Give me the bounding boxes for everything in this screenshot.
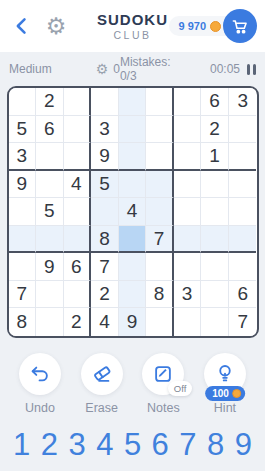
gear-icon: ⚙ (46, 15, 67, 38)
coin-balance: 9 970 (178, 20, 206, 32)
cell-r7c4[interactable]: 7 (91, 253, 119, 281)
cell-r5c8[interactable] (201, 198, 229, 226)
cell-r1c9[interactable]: 3 (229, 88, 257, 116)
numpad-1[interactable]: 1 (13, 429, 30, 460)
notes-label: Notes (147, 401, 180, 415)
coin-icon (232, 389, 241, 398)
cell-r7c7[interactable] (174, 253, 202, 281)
cell-r4c9[interactable] (229, 171, 257, 199)
cell-r6c6[interactable]: 7 (146, 226, 174, 254)
cell-r5c7[interactable] (174, 198, 202, 226)
numpad-2[interactable]: 2 (41, 429, 58, 460)
cell-r8c8[interactable] (201, 281, 229, 309)
cell-r6c8[interactable] (201, 226, 229, 254)
cell-r9c5[interactable]: 9 (119, 308, 147, 336)
settings-button[interactable]: ⚙ (42, 12, 70, 40)
cell-r5c9[interactable] (229, 198, 257, 226)
cell-r2c9[interactable] (229, 116, 257, 144)
hint-cost-badge: 100 (205, 386, 245, 401)
timer-label: 00:05 (210, 62, 240, 76)
sudoku-board: 263563239194554879677283682497 (7, 86, 259, 338)
cell-r6c5[interactable] (119, 226, 147, 254)
cell-r3c7[interactable] (174, 143, 202, 171)
cell-r7c6[interactable] (146, 253, 174, 281)
cell-r7c3[interactable]: 6 (64, 253, 92, 281)
cell-r9c7[interactable] (174, 308, 202, 336)
cell-r6c2[interactable] (36, 226, 64, 254)
cell-r3c5[interactable] (119, 143, 147, 171)
header: ⚙ SUDOKU CLUB 9 970 (0, 0, 265, 52)
toolbar: Undo Erase Off Notes (0, 353, 265, 415)
numpad-8[interactable]: 8 (207, 429, 224, 460)
cell-r8c4[interactable]: 2 (91, 281, 119, 309)
cell-r7c2[interactable]: 9 (36, 253, 64, 281)
cell-r7c8[interactable] (201, 253, 229, 281)
cell-r4c1[interactable]: 9 (9, 171, 37, 199)
numpad-5[interactable]: 5 (124, 429, 141, 460)
cell-r2c8[interactable]: 2 (201, 116, 229, 144)
hint-button[interactable]: 100 Hint (199, 353, 251, 415)
erase-label: Erase (85, 401, 118, 415)
cell-r4c8[interactable] (201, 171, 229, 199)
numpad-9[interactable]: 9 (235, 429, 252, 460)
cell-r5c5[interactable]: 4 (119, 198, 147, 226)
cell-r2c2[interactable]: 6 (36, 116, 64, 144)
cell-r2c4[interactable]: 3 (91, 116, 119, 144)
cell-r3c9[interactable] (229, 143, 257, 171)
cell-r3c2[interactable] (36, 143, 64, 171)
cell-r5c3[interactable] (64, 198, 92, 226)
cell-r7c5[interactable] (119, 253, 147, 281)
cell-r6c1[interactable] (9, 226, 37, 254)
cell-r4c4[interactable]: 5 (91, 171, 119, 199)
cell-r1c4[interactable] (91, 88, 119, 116)
eraser-icon (91, 363, 113, 385)
cart-icon (231, 17, 250, 36)
cell-r3c8[interactable]: 1 (201, 143, 229, 171)
cell-r3c4[interactable]: 9 (91, 143, 119, 171)
cell-r4c5[interactable] (119, 171, 147, 199)
cell-r3c6[interactable] (146, 143, 174, 171)
pause-icon (247, 64, 250, 75)
coin-icon (210, 21, 221, 32)
cell-r6c9[interactable] (229, 226, 257, 254)
cell-r5c4[interactable] (91, 198, 119, 226)
cell-r1c8[interactable]: 6 (201, 88, 229, 116)
lightbulb-icon (214, 363, 236, 385)
cell-r8c6[interactable]: 8 (146, 281, 174, 309)
statsbar: Medium ⚙ 0 Mistakes: 0/3 00:05 (0, 57, 265, 81)
cell-r1c6[interactable] (146, 88, 174, 116)
numpad-4[interactable]: 4 (96, 429, 113, 460)
cell-r3c3[interactable] (64, 143, 92, 171)
notes-state-badge: Off (168, 381, 193, 396)
erase-button[interactable]: Erase (76, 353, 128, 415)
cell-r1c7[interactable] (174, 88, 202, 116)
cell-r9c8[interactable] (201, 308, 229, 336)
numpad-6[interactable]: 6 (152, 429, 169, 460)
cell-r5c6[interactable] (146, 198, 174, 226)
cell-r2c1[interactable]: 5 (9, 116, 37, 144)
cell-r4c2[interactable] (36, 171, 64, 199)
mini-gear-icon: ⚙ (96, 62, 109, 76)
cell-r2c6[interactable] (146, 116, 174, 144)
shop-button[interactable] (223, 9, 257, 43)
cell-r1c2[interactable]: 2 (36, 88, 64, 116)
cell-r9c1[interactable]: 8 (9, 308, 37, 336)
cell-r1c5[interactable] (119, 88, 147, 116)
chevron-left-icon (12, 16, 32, 36)
app-title: SUDOKU (97, 11, 168, 28)
counter-value: 0 (113, 62, 120, 76)
cell-r9c2[interactable] (36, 308, 64, 336)
cell-r8c3[interactable] (64, 281, 92, 309)
cell-r9c6[interactable] (146, 308, 174, 336)
undo-icon (29, 363, 51, 385)
pause-button[interactable] (247, 64, 256, 75)
undo-label: Undo (25, 401, 55, 415)
hint-label: Hint (214, 401, 236, 415)
notes-button[interactable]: Off Notes (137, 353, 189, 415)
back-button[interactable] (8, 12, 36, 40)
cell-r9c9[interactable]: 7 (229, 308, 257, 336)
cell-r8c9[interactable]: 6 (229, 281, 257, 309)
cell-r3c1[interactable]: 3 (9, 143, 37, 171)
cell-r2c7[interactable] (174, 116, 202, 144)
cell-r4c3[interactable]: 4 (64, 171, 92, 199)
cell-r8c7[interactable]: 3 (174, 281, 202, 309)
cell-r2c3[interactable] (64, 116, 92, 144)
cell-r5c1[interactable] (9, 198, 37, 226)
cell-r4c7[interactable] (174, 171, 202, 199)
cell-r1c1[interactable] (9, 88, 37, 116)
cell-r6c3[interactable] (64, 226, 92, 254)
mistakes-label: Mistakes: 0/3 (120, 55, 188, 83)
numpad-7[interactable]: 7 (179, 429, 196, 460)
numpad-3[interactable]: 3 (68, 429, 85, 460)
number-pad: 123456789 (0, 429, 265, 460)
cell-r6c7[interactable] (174, 226, 202, 254)
difficulty-label: Medium (9, 62, 52, 76)
counter: ⚙ 0 (96, 62, 120, 76)
cell-r9c4[interactable]: 4 (91, 308, 119, 336)
cell-r1c3[interactable] (64, 88, 92, 116)
cell-r8c5[interactable] (119, 281, 147, 309)
cell-r4c6[interactable] (146, 171, 174, 199)
cell-r9c3[interactable]: 2 (64, 308, 92, 336)
cell-r8c2[interactable] (36, 281, 64, 309)
cell-r8c1[interactable]: 7 (9, 281, 37, 309)
cell-r7c9[interactable] (229, 253, 257, 281)
undo-button[interactable]: Undo (14, 353, 66, 415)
app-subtitle: CLUB (113, 29, 151, 41)
cell-r2c5[interactable] (119, 116, 147, 144)
cell-r7c1[interactable] (9, 253, 37, 281)
cell-r6c4[interactable]: 8 (91, 226, 119, 254)
cell-r5c2[interactable]: 5 (36, 198, 64, 226)
